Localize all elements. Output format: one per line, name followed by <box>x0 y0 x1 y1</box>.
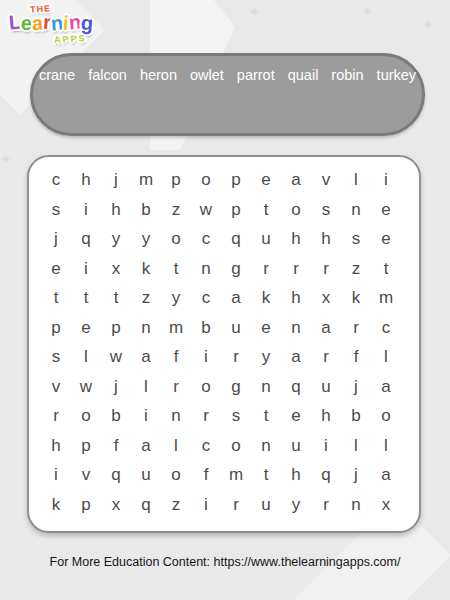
grid-cell[interactable]: t <box>251 195 281 225</box>
grid-cell[interactable]: r <box>41 401 71 431</box>
grid-cell[interactable]: s <box>41 195 71 225</box>
grid-cell[interactable]: a <box>221 283 251 313</box>
grid-cell[interactable]: q <box>311 460 341 490</box>
grid-cell[interactable]: j <box>101 372 131 402</box>
grid-cell[interactable]: g <box>221 254 251 284</box>
grid-cell[interactable]: k <box>131 254 161 284</box>
word-list-item: turkey <box>377 67 417 83</box>
grid-cell[interactable]: j <box>101 165 131 195</box>
grid-cell[interactable]: a <box>131 342 161 372</box>
grid-cell[interactable]: a <box>311 313 341 343</box>
grid-cell[interactable]: e <box>251 165 281 195</box>
grid-cell[interactable]: s <box>311 195 341 225</box>
grid-cell[interactable]: p <box>161 165 191 195</box>
logo-word-learning: Learning <box>9 12 93 35</box>
grid-cell[interactable]: u <box>131 460 161 490</box>
grid-cell[interactable]: r <box>311 254 341 284</box>
grid-cell[interactable]: i <box>71 254 101 284</box>
grid-cell[interactable]: p <box>221 195 251 225</box>
grid-cell[interactable]: r <box>251 254 281 284</box>
grid-cell[interactable]: b <box>131 195 161 225</box>
grid-cell[interactable]: q <box>281 372 311 402</box>
grid-cell[interactable]: i <box>131 401 161 431</box>
footer-text: For More Education Content: https://www.… <box>0 555 450 569</box>
grid-cell[interactable]: b <box>101 401 131 431</box>
grid-cell[interactable]: q <box>101 460 131 490</box>
grid-cell[interactable]: t <box>71 283 101 313</box>
grid-cell[interactable]: w <box>71 372 101 402</box>
grid-cell[interactable]: f <box>341 342 371 372</box>
grid-cell[interactable]: h <box>281 283 311 313</box>
grid-cell[interactable]: r <box>311 342 341 372</box>
grid-cell[interactable]: g <box>221 372 251 402</box>
grid-cell[interactable]: t <box>41 283 71 313</box>
grid-cell[interactable]: q <box>131 490 161 520</box>
word-list-item: crane <box>39 67 75 83</box>
grid-cell[interactable]: a <box>281 165 311 195</box>
grid-cell[interactable]: r <box>191 401 221 431</box>
grid-cell[interactable]: h <box>281 460 311 490</box>
grid-cell[interactable]: m <box>371 283 401 313</box>
grid-cell[interactable]: w <box>191 195 221 225</box>
app-logo: THE Learning APPS <box>8 3 108 49</box>
grid-cell[interactable]: t <box>251 401 281 431</box>
grid-cell[interactable]: n <box>251 372 281 402</box>
grid-cell[interactable]: h <box>281 224 311 254</box>
grid-cell[interactable]: t <box>371 254 401 284</box>
grid-cell[interactable]: i <box>41 460 71 490</box>
grid-cell[interactable]: o <box>161 460 191 490</box>
grid-cell[interactable]: h <box>311 401 341 431</box>
logo-word-apps: APPS <box>54 33 87 45</box>
grid-cell[interactable]: j <box>341 372 371 402</box>
grid-cell[interactable]: k <box>41 490 71 520</box>
grid-cell[interactable]: f <box>191 460 221 490</box>
grid-cell[interactable]: w <box>101 342 131 372</box>
word-list-item: falcon <box>88 67 127 83</box>
grid-cell[interactable]: s <box>41 342 71 372</box>
puzzle-board: chjmpopeavlisihbzwptosnejqyyocquhhseeixk… <box>27 155 421 533</box>
grid-cell[interactable]: p <box>101 313 131 343</box>
grid-cell[interactable]: a <box>281 342 311 372</box>
star-icon: ✦ <box>248 4 261 19</box>
grid-cell[interactable]: v <box>41 372 71 402</box>
grid-cell[interactable]: u <box>251 490 281 520</box>
grid-cell[interactable]: l <box>371 342 401 372</box>
grid-cell[interactable]: o <box>221 431 251 461</box>
grid-cell[interactable]: h <box>71 165 101 195</box>
grid-cell[interactable]: r <box>311 490 341 520</box>
grid-cell[interactable]: k <box>251 283 281 313</box>
grid-cell[interactable]: i <box>191 490 221 520</box>
grid-cell[interactable]: n <box>251 431 281 461</box>
grid-cell[interactable]: e <box>251 313 281 343</box>
grid-cell[interactable]: z <box>161 490 191 520</box>
grid-cell[interactable]: e <box>371 224 401 254</box>
grid-cell[interactable]: b <box>341 401 371 431</box>
grid-cell[interactable]: l <box>341 431 371 461</box>
grid-cell[interactable]: n <box>161 401 191 431</box>
grid-cell[interactable]: o <box>191 372 221 402</box>
grid-cell[interactable]: y <box>131 224 161 254</box>
grid-cell[interactable]: c <box>191 431 221 461</box>
grid-cell[interactable]: e <box>41 254 71 284</box>
grid-cell[interactable]: i <box>71 195 101 225</box>
grid-cell[interactable]: b <box>191 313 221 343</box>
grid-cell[interactable]: p <box>71 431 101 461</box>
grid-cell[interactable]: f <box>101 431 131 461</box>
grid-cell[interactable]: j <box>41 224 71 254</box>
grid-cell[interactable]: h <box>101 195 131 225</box>
grid-cell[interactable]: j <box>341 460 371 490</box>
grid-cell[interactable]: v <box>311 165 341 195</box>
star-icon: ✦ <box>0 152 12 166</box>
grid-cell[interactable]: u <box>221 313 251 343</box>
grid-cell[interactable]: r <box>221 490 251 520</box>
grid-cell[interactable]: x <box>311 283 341 313</box>
grid-cell[interactable]: p <box>71 490 101 520</box>
grid-cell[interactable]: a <box>131 431 161 461</box>
grid-cell[interactable]: q <box>71 224 101 254</box>
grid-cell[interactable]: i <box>371 165 401 195</box>
grid-cell[interactable]: p <box>221 165 251 195</box>
grid-cell[interactable]: m <box>221 460 251 490</box>
grid-cell[interactable]: z <box>161 195 191 225</box>
grid-cell[interactable]: c <box>191 224 221 254</box>
grid-cell[interactable]: x <box>101 490 131 520</box>
grid-cell[interactable]: y <box>161 283 191 313</box>
grid-cell[interactable]: c <box>371 313 401 343</box>
grid-cell[interactable]: o <box>281 195 311 225</box>
grid-cell[interactable]: r <box>221 342 251 372</box>
grid-cell[interactable]: i <box>311 431 341 461</box>
grid-cell[interactable]: y <box>281 490 311 520</box>
grid-cell[interactable]: k <box>341 283 371 313</box>
grid-cell[interactable]: l <box>371 431 401 461</box>
grid-cell[interactable]: x <box>101 254 131 284</box>
grid-cell[interactable]: o <box>161 224 191 254</box>
grid-cell[interactable]: y <box>251 342 281 372</box>
grid-cell[interactable]: u <box>251 224 281 254</box>
star-icon: ✦ <box>422 17 435 32</box>
grid-cell[interactable]: s <box>341 224 371 254</box>
logo-letter: g <box>80 12 94 36</box>
grid-cell[interactable]: l <box>71 342 101 372</box>
grid-cell[interactable]: l <box>341 165 371 195</box>
grid-cell[interactable]: h <box>41 431 71 461</box>
word-list-item: robin <box>331 67 363 83</box>
word-list-item: heron <box>140 67 177 83</box>
grid-cell[interactable]: i <box>191 342 221 372</box>
grid-cell[interactable]: x <box>371 490 401 520</box>
grid-cell[interactable]: n <box>191 254 221 284</box>
grid-cell[interactable]: o <box>71 401 101 431</box>
grid-cell[interactable]: p <box>41 313 71 343</box>
grid-cell[interactable]: t <box>101 283 131 313</box>
grid-cell[interactable]: y <box>101 224 131 254</box>
word-list-item: owlet <box>190 67 224 83</box>
grid-cell[interactable]: o <box>191 165 221 195</box>
grid-cell[interactable]: c <box>191 283 221 313</box>
grid-cell[interactable]: n <box>131 313 161 343</box>
grid-cell[interactable]: r <box>161 372 191 402</box>
grid-cell[interactable]: m <box>131 165 161 195</box>
grid-cell[interactable]: q <box>221 224 251 254</box>
grid-cell[interactable]: z <box>131 283 161 313</box>
word-list-panel: cranefalconheronowletparrotquailrobintur… <box>30 53 425 136</box>
grid-cell[interactable]: e <box>371 195 401 225</box>
grid-cell[interactable]: a <box>371 372 401 402</box>
grid-cell[interactable]: e <box>71 313 101 343</box>
grid-cell[interactable]: z <box>341 254 371 284</box>
grid-cell[interactable]: f <box>161 342 191 372</box>
grid-cell[interactable]: r <box>341 313 371 343</box>
grid-cell[interactable]: n <box>281 313 311 343</box>
grid-cell[interactable]: a <box>371 460 401 490</box>
grid-cell[interactable]: r <box>281 254 311 284</box>
grid-cell[interactable]: s <box>221 401 251 431</box>
word-list: cranefalconheronowletparrotquailrobintur… <box>33 56 422 83</box>
letter-grid: chjmpopeavlisihbzwptosnejqyyocquhhseeixk… <box>29 157 419 531</box>
word-list-item: parrot <box>237 67 275 83</box>
grid-cell[interactable]: l <box>131 372 161 402</box>
word-list-item: quail <box>288 67 319 83</box>
grid-cell[interactable]: v <box>71 460 101 490</box>
grid-cell[interactable]: t <box>251 460 281 490</box>
grid-cell[interactable]: u <box>311 372 341 402</box>
grid-cell[interactable]: h <box>311 224 341 254</box>
grid-cell[interactable]: o <box>371 401 401 431</box>
grid-cell[interactable]: c <box>41 165 71 195</box>
grid-cell[interactable]: l <box>161 431 191 461</box>
star-icon: ✦ <box>362 5 373 18</box>
grid-cell[interactable]: e <box>281 401 311 431</box>
grid-cell[interactable]: n <box>341 195 371 225</box>
grid-cell[interactable]: u <box>281 431 311 461</box>
grid-cell[interactable]: t <box>161 254 191 284</box>
grid-cell[interactable]: m <box>161 313 191 343</box>
grid-cell[interactable]: n <box>341 490 371 520</box>
